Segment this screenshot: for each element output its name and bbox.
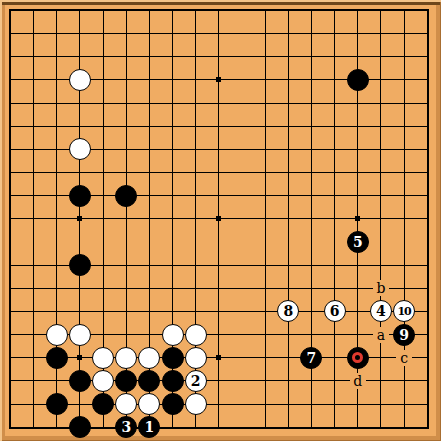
stone-black-r15-move-9: 9 — [393, 324, 415, 346]
stone-white-g16 — [138, 347, 160, 369]
stone-black-f9 — [115, 185, 137, 207]
stone-black-d19 — [69, 416, 91, 438]
stone-white-c15 — [46, 324, 68, 346]
point-label-a: a — [373, 327, 389, 343]
star-point-j4 — [216, 77, 221, 82]
star-point-d10 — [77, 216, 82, 221]
stone-white-e17 — [92, 370, 114, 392]
move-number-7: 7 — [307, 351, 317, 365]
move-number-1: 1 — [145, 420, 155, 434]
star-point-d16 — [77, 355, 82, 360]
stone-white-d15 — [69, 324, 91, 346]
stone-black-h18 — [162, 393, 184, 415]
move-number-5: 5 — [353, 235, 363, 249]
stone-black-c16 — [46, 347, 68, 369]
move-number-10: 10 — [397, 306, 410, 317]
point-label-b: b — [373, 280, 389, 296]
stone-white-o14-move-6: 6 — [324, 300, 346, 322]
stone-white-i15 — [185, 324, 207, 346]
stone-black-p11-move-5: 5 — [347, 231, 369, 253]
stone-black-d17 — [69, 370, 91, 392]
stone-white-e16 — [92, 347, 114, 369]
stone-black-e18 — [92, 393, 114, 415]
stone-white-d4 — [69, 69, 91, 91]
red-circle-marker-icon — [352, 352, 363, 363]
move-number-2: 2 — [191, 374, 201, 388]
stone-black-d12 — [69, 254, 91, 276]
move-number-4: 4 — [376, 304, 386, 318]
stone-black-p4 — [347, 69, 369, 91]
point-label-c: c — [396, 350, 412, 366]
stone-black-f19-move-3: 3 — [115, 416, 137, 438]
move-number-3: 3 — [121, 420, 131, 434]
star-point-p10 — [355, 216, 360, 221]
stone-black-c18 — [46, 393, 68, 415]
stone-black-h16 — [162, 347, 184, 369]
stone-black-d9 — [69, 185, 91, 207]
go-board-frame: 28641057931abcd — [0, 0, 441, 441]
move-number-9: 9 — [399, 328, 409, 342]
stone-white-i17-move-2: 2 — [185, 370, 207, 392]
stone-white-i18 — [185, 393, 207, 415]
stone-black-p16-marked — [347, 347, 369, 369]
move-number-6: 6 — [330, 304, 340, 318]
star-point-j16 — [216, 355, 221, 360]
point-label-d: d — [350, 373, 366, 389]
stone-white-h15 — [162, 324, 184, 346]
stone-black-f17 — [115, 370, 137, 392]
stone-white-f16 — [115, 347, 137, 369]
star-point-j10 — [216, 216, 221, 221]
stone-black-h17 — [162, 370, 184, 392]
stone-black-g19-move-1: 1 — [138, 416, 160, 438]
move-number-8: 8 — [283, 304, 293, 318]
stone-white-i16 — [185, 347, 207, 369]
